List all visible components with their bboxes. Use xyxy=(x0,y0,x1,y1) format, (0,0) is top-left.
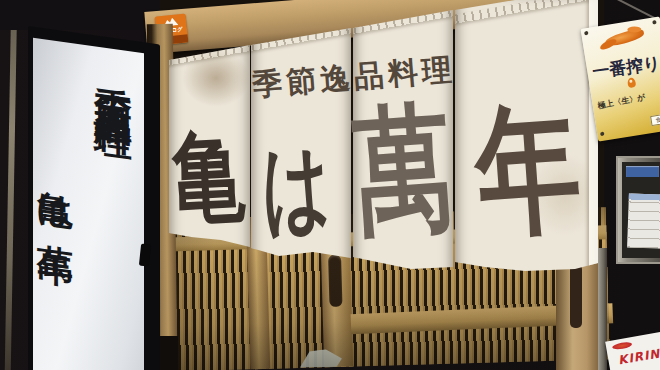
poster-pin xyxy=(600,132,605,137)
sign-column-right: 季節逸品料理 xyxy=(94,54,132,101)
storefront-photo: 食べログ 亀 は 萬 年 季 節 逸 品 料 理 季節逸品料理 亀は萬年 xyxy=(0,0,660,370)
display-box-blue-label xyxy=(626,166,659,177)
poster-title: 一番搾り xyxy=(591,49,660,84)
menu-display-box xyxy=(616,156,660,264)
vertical-lightbox-sign: 季節逸品料理 亀は萬年 xyxy=(28,26,160,370)
noren-character-nen: 年 xyxy=(471,97,584,244)
noren-subtitle-char: 季 xyxy=(251,68,283,100)
poster-subtitle: 極上〈生〉が xyxy=(597,85,660,111)
poster-pin xyxy=(652,20,657,25)
kirin-logo-mark-icon xyxy=(612,341,633,350)
noren-character-man: 萬 xyxy=(350,99,445,243)
wall-metal-trim xyxy=(5,0,17,370)
noren-character-kame: 亀 xyxy=(168,126,249,230)
noren-subtitle-char: 理 xyxy=(421,55,453,87)
sign-face: 季節逸品料理 亀は萬年 xyxy=(33,38,144,370)
right-door-handle xyxy=(570,264,582,328)
noren-subtitle-char: 料 xyxy=(387,57,419,89)
noren-subtitle-char: 逸 xyxy=(319,63,351,95)
door-frame-metal-edge xyxy=(598,248,607,370)
kirin-brand-sign: KIRIN xyxy=(605,331,660,370)
noren-subtitle-char: 品 xyxy=(353,60,385,92)
poster-corner-label: 食吉 xyxy=(650,113,660,126)
noren-subtitle-char: 節 xyxy=(285,65,317,97)
kirin-beast-logo-icon xyxy=(597,24,651,52)
sign-column-left: 亀は萬年 xyxy=(37,160,73,230)
dark-corner xyxy=(0,0,160,30)
beer-droplet-icon xyxy=(627,77,636,88)
paper-notice xyxy=(627,193,660,248)
noren-character-wa: は xyxy=(258,136,334,238)
poster-pin xyxy=(584,31,589,36)
